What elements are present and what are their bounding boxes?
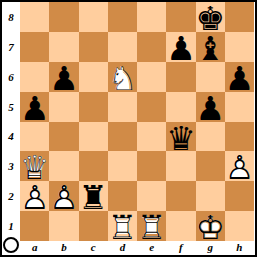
- square-d3[interactable]: [108, 151, 137, 181]
- piece-white-knight-d6-fill: ♞: [108, 62, 137, 92]
- square-g6[interactable]: [196, 62, 225, 92]
- piece-white-pawn-h3[interactable]: ♙: [225, 151, 254, 181]
- square-f5[interactable]: [166, 92, 195, 122]
- square-b3[interactable]: [49, 151, 78, 181]
- piece-white-rook-e1[interactable]: ♖: [137, 211, 166, 241]
- square-a2[interactable]: ♟♙: [20, 181, 49, 211]
- square-h2[interactable]: [225, 181, 254, 211]
- square-d6[interactable]: ♞♘: [108, 62, 137, 92]
- rank-label-4: 4: [2, 122, 20, 152]
- square-e2[interactable]: [137, 181, 166, 211]
- chess-board: ♚♟♝♟♞♘♟♟♟♛♛♕♟♙♟♙♟♙♜♜♖♜♖♚♔: [20, 2, 254, 241]
- square-h7[interactable]: [225, 32, 254, 62]
- piece-black-pawn-h6[interactable]: ♟: [225, 62, 254, 92]
- square-c8[interactable]: [79, 2, 108, 32]
- piece-black-rook-c2[interactable]: ♜: [79, 181, 108, 211]
- square-f8[interactable]: [166, 2, 195, 32]
- square-g5[interactable]: ♟: [196, 92, 225, 122]
- file-label-e: e: [137, 241, 166, 255]
- piece-black-queen-f4[interactable]: ♛: [166, 122, 195, 152]
- square-g7[interactable]: ♝: [196, 32, 225, 62]
- piece-white-pawn-a2-fill: ♟: [20, 181, 49, 211]
- square-f6[interactable]: [166, 62, 195, 92]
- piece-white-pawn-a2[interactable]: ♙: [20, 181, 49, 211]
- chess-diagram: 87654321 ♚♟♝♟♞♘♟♟♟♛♛♕♟♙♟♙♟♙♜♜♖♜♖♚♔ abcde…: [0, 0, 257, 257]
- piece-white-pawn-b2-fill: ♟: [49, 181, 78, 211]
- square-d1[interactable]: ♜♖: [108, 211, 137, 241]
- square-e7[interactable]: [137, 32, 166, 62]
- piece-white-queen-a3[interactable]: ♕: [20, 151, 49, 181]
- square-a5[interactable]: ♟: [20, 92, 49, 122]
- square-d8[interactable]: [108, 2, 137, 32]
- square-b7[interactable]: [49, 32, 78, 62]
- piece-white-king-g1[interactable]: ♔: [196, 211, 225, 241]
- rank-label-5: 5: [2, 92, 20, 122]
- square-h3[interactable]: ♟♙: [225, 151, 254, 181]
- square-c6[interactable]: [79, 62, 108, 92]
- piece-black-pawn-a5[interactable]: ♟: [20, 92, 49, 122]
- piece-white-pawn-h3-fill: ♟: [225, 151, 254, 181]
- square-d7[interactable]: [108, 32, 137, 62]
- square-a3[interactable]: ♛♕: [20, 151, 49, 181]
- square-e4[interactable]: [137, 122, 166, 152]
- white-to-move-indicator: [3, 237, 19, 253]
- square-f7[interactable]: ♟: [166, 32, 195, 62]
- square-d4[interactable]: [108, 122, 137, 152]
- piece-white-king-g1-fill: ♚: [196, 211, 225, 241]
- rank-label-8: 8: [2, 2, 20, 32]
- piece-black-pawn-b6[interactable]: ♟: [49, 62, 78, 92]
- square-c7[interactable]: [79, 32, 108, 62]
- rank-label-3: 3: [2, 151, 20, 181]
- square-g1[interactable]: ♚♔: [196, 211, 225, 241]
- square-h8[interactable]: [225, 2, 254, 32]
- piece-black-pawn-f7[interactable]: ♟: [166, 32, 195, 62]
- rank-labels: 87654321: [2, 2, 20, 241]
- file-label-c: c: [79, 241, 108, 255]
- square-f3[interactable]: [166, 151, 195, 181]
- rank-label-6: 6: [2, 62, 20, 92]
- square-d2[interactable]: [108, 181, 137, 211]
- square-c5[interactable]: [79, 92, 108, 122]
- piece-black-king-g8[interactable]: ♚: [196, 2, 225, 32]
- file-label-b: b: [49, 241, 78, 255]
- square-b1[interactable]: [49, 211, 78, 241]
- square-c3[interactable]: [79, 151, 108, 181]
- piece-white-rook-d1-fill: ♜: [108, 211, 137, 241]
- square-g2[interactable]: [196, 181, 225, 211]
- piece-black-pawn-g5[interactable]: ♟: [196, 92, 225, 122]
- square-b8[interactable]: [49, 2, 78, 32]
- square-h5[interactable]: [225, 92, 254, 122]
- square-g3[interactable]: [196, 151, 225, 181]
- square-a6[interactable]: [20, 62, 49, 92]
- file-label-f: f: [166, 241, 195, 255]
- square-g4[interactable]: [196, 122, 225, 152]
- square-f2[interactable]: [166, 181, 195, 211]
- square-d5[interactable]: [108, 92, 137, 122]
- file-label-d: d: [108, 241, 137, 255]
- square-b4[interactable]: [49, 122, 78, 152]
- square-h6[interactable]: ♟: [225, 62, 254, 92]
- square-e3[interactable]: [137, 151, 166, 181]
- square-b5[interactable]: [49, 92, 78, 122]
- square-h4[interactable]: [225, 122, 254, 152]
- file-label-h: h: [225, 241, 254, 255]
- rank-label-2: 2: [2, 181, 20, 211]
- square-e8[interactable]: [137, 2, 166, 32]
- file-label-a: a: [20, 241, 49, 255]
- rank-label-7: 7: [2, 32, 20, 62]
- square-c4[interactable]: [79, 122, 108, 152]
- square-a7[interactable]: [20, 32, 49, 62]
- square-a4[interactable]: [20, 122, 49, 152]
- square-f4[interactable]: ♛: [166, 122, 195, 152]
- piece-black-bishop-g7[interactable]: ♝: [196, 32, 225, 62]
- square-e6[interactable]: [137, 62, 166, 92]
- piece-white-pawn-b2[interactable]: ♙: [49, 181, 78, 211]
- file-label-g: g: [196, 241, 225, 255]
- piece-white-knight-d6[interactable]: ♘: [108, 62, 137, 92]
- square-c2[interactable]: ♜: [79, 181, 108, 211]
- square-e1[interactable]: ♜♖: [137, 211, 166, 241]
- square-b6[interactable]: ♟: [49, 62, 78, 92]
- file-labels: abcdefgh: [20, 241, 254, 255]
- piece-white-rook-d1[interactable]: ♖: [108, 211, 137, 241]
- square-f1[interactable]: [166, 211, 195, 241]
- square-g8[interactable]: ♚: [196, 2, 225, 32]
- square-a8[interactable]: [20, 2, 49, 32]
- square-a1[interactable]: [20, 211, 49, 241]
- square-c1[interactable]: [79, 211, 108, 241]
- piece-white-queen-a3-fill: ♛: [20, 151, 49, 181]
- square-b2[interactable]: ♟♙: [49, 181, 78, 211]
- square-h1[interactable]: [225, 211, 254, 241]
- square-e5[interactable]: [137, 92, 166, 122]
- piece-white-rook-e1-fill: ♜: [137, 211, 166, 241]
